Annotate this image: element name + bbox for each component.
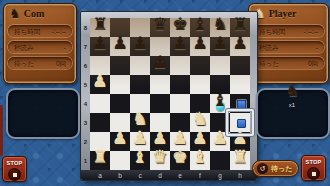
piece-black-pawn-g7[interactable]: ♟ bbox=[210, 34, 230, 53]
piece-white-pawn-b2[interactable]: ♟ bbox=[110, 129, 130, 148]
rank-label-2: 2 bbox=[81, 132, 90, 151]
player-byoyomi-label: 秒読み bbox=[259, 44, 279, 51]
piece-white-bishop-c1[interactable]: ♝ bbox=[130, 148, 150, 167]
piece-white-knight-c3[interactable]: ♞ bbox=[130, 110, 150, 129]
undo-icon: ↺ bbox=[257, 163, 268, 174]
player-panel-header: ♞ Player bbox=[249, 4, 328, 21]
piece-black-pawn-c7[interactable]: ♟ bbox=[130, 34, 150, 53]
piece-black-bishop-f8[interactable]: ♝ bbox=[190, 15, 210, 34]
player-takeback-row: 待った 0回 bbox=[253, 57, 324, 69]
file-label-h: h bbox=[230, 170, 250, 180]
piece-black-bishop-g4[interactable]: ♝ bbox=[210, 91, 230, 110]
captured-count: x1 bbox=[284, 102, 300, 108]
file-label-g: g bbox=[210, 170, 230, 180]
file-label-a: a bbox=[90, 170, 110, 180]
stop-icon bbox=[307, 167, 320, 180]
file-label-e: e bbox=[170, 170, 190, 180]
com-panel: ♞ Com 持ち時間 -:--:-- 秒読み - 待った 0回 bbox=[3, 3, 77, 84]
file-label-strip: abcdefgh bbox=[81, 170, 257, 180]
app-screen: ♞ Com 持ち時間 -:--:-- 秒読み - 待った 0回 ♞ Player… bbox=[0, 0, 330, 186]
stop-left-label: STOP bbox=[6, 160, 22, 166]
piece-white-rook-a1[interactable]: ♜ bbox=[90, 148, 110, 167]
piece-black-knight-g8[interactable]: ♞ bbox=[210, 15, 230, 34]
rank-label-4: 4 bbox=[81, 94, 90, 113]
file-label-f: f bbox=[190, 170, 210, 180]
piece-black-pawn-b7[interactable]: ♟ bbox=[110, 34, 130, 53]
piece-black-queen-d8[interactable]: ♛ bbox=[150, 15, 170, 34]
com-takeback-value: 0回 bbox=[56, 60, 66, 67]
com-byoyomi-value: - bbox=[64, 44, 66, 51]
piece-black-pawn-d6[interactable]: ♟ bbox=[150, 53, 170, 72]
player-time-row: 持ち時間 -:--:-- bbox=[253, 25, 324, 37]
piece-white-rook-h1[interactable]: ♜ bbox=[230, 148, 250, 167]
player-byoyomi-row: 秒読み - bbox=[253, 41, 324, 53]
piece-white-knight-f3[interactable]: ♞ bbox=[190, 110, 210, 129]
piece-white-pawn-a5[interactable]: ♟ bbox=[90, 72, 110, 91]
piece-white-king-e1[interactable]: ♚ bbox=[170, 148, 190, 167]
com-byoyomi-label: 秒読み bbox=[14, 44, 34, 51]
piece-white-bishop-f1[interactable]: ♝ bbox=[190, 148, 210, 167]
com-time-row: 持ち時間 -:--:-- bbox=[8, 25, 72, 37]
file-label-b: b bbox=[110, 170, 130, 180]
black-knight-icon: ♞ bbox=[9, 7, 21, 20]
piece-black-pawn-a7[interactable]: ♟ bbox=[90, 34, 110, 53]
piece-white-pawn-e2[interactable]: ♟ bbox=[170, 129, 190, 148]
com-takeback-row: 待った 0回 bbox=[8, 57, 72, 69]
takeback-button-label: 待った bbox=[271, 164, 292, 174]
piece-black-pawn-h7[interactable]: ♟ bbox=[230, 34, 250, 53]
piece-white-pawn-f2[interactable]: ♟ bbox=[190, 129, 210, 148]
player-takeback-label: 待った bbox=[259, 60, 279, 67]
com-time-value: -:--:-- bbox=[52, 28, 66, 35]
piece-black-rook-a8[interactable]: ♜ bbox=[90, 15, 110, 34]
rank-label-1: 1 bbox=[81, 151, 90, 170]
rank-label-5: 5 bbox=[81, 75, 90, 94]
chess-board: ♜♛♚♝♞♜♟♟♟♟♟♟♟♟♟♝♞♞♟♟♟♟♟♟♟♜♝♛♚♝♜ 87654321… bbox=[80, 11, 258, 181]
board-overlay: ♜♛♚♝♞♜♟♟♟♟♟♟♟♟♟♝♞♞♟♟♟♟♟♟♟♜♝♛♚♝♜ bbox=[90, 18, 250, 170]
takeback-button[interactable]: ↺ 待った bbox=[252, 160, 299, 177]
rank-label-3: 3 bbox=[81, 113, 90, 132]
piece-white-queen-d1[interactable]: ♛ bbox=[150, 148, 170, 167]
rank-label-8: 8 bbox=[81, 18, 90, 37]
piece-black-king-e8[interactable]: ♚ bbox=[170, 15, 190, 34]
player-byoyomi-value: - bbox=[316, 44, 318, 51]
piece-white-pawn-c2[interactable]: ♟ bbox=[130, 129, 150, 148]
stop-button-right[interactable]: STOP bbox=[301, 155, 326, 181]
file-label-d: d bbox=[150, 170, 170, 180]
com-captured-tray bbox=[6, 88, 80, 139]
com-panel-header: ♞ Com bbox=[4, 4, 76, 21]
rank-label-7: 7 bbox=[81, 37, 90, 56]
piece-black-pawn-f7[interactable]: ♟ bbox=[190, 34, 210, 53]
move-marker-h4[interactable] bbox=[237, 100, 246, 109]
player-panel: ♞ Player 持ち時間 -:--:-- 秒読み - 待った 0回 bbox=[248, 3, 329, 84]
left-edge-sliver bbox=[0, 105, 3, 156]
player-time-value: -:--:-- bbox=[304, 28, 318, 35]
piece-black-pawn-e7[interactable]: ♟ bbox=[170, 34, 190, 53]
cursor-frame[interactable] bbox=[226, 109, 254, 136]
stop-button-left[interactable]: STOP bbox=[2, 156, 27, 182]
player-name: Player bbox=[269, 8, 297, 19]
com-byoyomi-row: 秒読み - bbox=[8, 41, 72, 53]
player-takeback-value: 0回 bbox=[308, 60, 318, 67]
piece-white-pawn-d2[interactable]: ♟ bbox=[150, 129, 170, 148]
player-time-label: 持ち時間 bbox=[259, 28, 285, 35]
com-name: Com bbox=[24, 8, 45, 19]
stop-right-label: STOP bbox=[305, 159, 321, 165]
captured-black-knight: ♞ bbox=[286, 84, 299, 99]
com-takeback-label: 待った bbox=[14, 60, 34, 67]
file-label-c: c bbox=[130, 170, 150, 180]
rank-label-6: 6 bbox=[81, 56, 90, 75]
com-time-label: 持ち時間 bbox=[14, 28, 40, 35]
stop-icon bbox=[8, 168, 21, 181]
piece-black-rook-h8[interactable]: ♜ bbox=[230, 15, 250, 34]
